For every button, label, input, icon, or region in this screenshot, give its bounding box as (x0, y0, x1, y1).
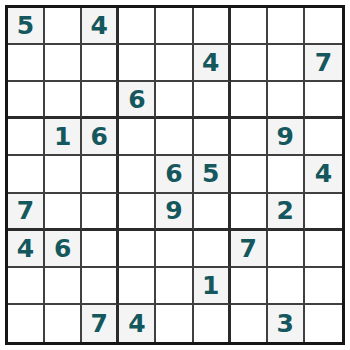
cell-r4c3: 6 (82, 119, 119, 156)
cell-r9c7[interactable] (231, 305, 268, 342)
cell-r4c8: 9 (268, 119, 305, 156)
cell-r5c9: 4 (305, 156, 342, 193)
cell-r6c3[interactable] (82, 194, 119, 231)
cell-r4c5[interactable] (156, 119, 193, 156)
cell-r8c3[interactable] (82, 268, 119, 305)
cell-r1c5[interactable] (156, 8, 193, 45)
cell-r6c9[interactable] (305, 194, 342, 231)
cell-r1c3: 4 (82, 8, 119, 45)
cell-r6c8: 2 (268, 194, 305, 231)
cell-r8c1[interactable] (8, 268, 45, 305)
cell-r2c4[interactable] (119, 45, 156, 82)
cell-r3c5[interactable] (156, 82, 193, 119)
cell-r9c5[interactable] (156, 305, 193, 342)
cell-r5c4[interactable] (119, 156, 156, 193)
cell-r7c9[interactable] (305, 231, 342, 268)
cell-r2c5[interactable] (156, 45, 193, 82)
cell-r9c6[interactable] (194, 305, 231, 342)
cell-r9c1[interactable] (8, 305, 45, 342)
cell-r5c3[interactable] (82, 156, 119, 193)
cell-r6c1: 7 (8, 194, 45, 231)
cell-r3c3[interactable] (82, 82, 119, 119)
cell-r3c4: 6 (119, 82, 156, 119)
cell-r6c7[interactable] (231, 194, 268, 231)
cell-r8c8[interactable] (268, 268, 305, 305)
cell-r4c1[interactable] (8, 119, 45, 156)
cell-r6c4[interactable] (119, 194, 156, 231)
cell-r9c8: 3 (268, 305, 305, 342)
sudoku-board: 544761696547924671743 (5, 5, 345, 345)
cell-r3c1[interactable] (8, 82, 45, 119)
cell-r2c8[interactable] (268, 45, 305, 82)
cell-r2c2[interactable] (45, 45, 82, 82)
cell-r7c7: 7 (231, 231, 268, 268)
cell-r9c4: 4 (119, 305, 156, 342)
cell-r7c3[interactable] (82, 231, 119, 268)
cell-r6c2[interactable] (45, 194, 82, 231)
cell-r8c4[interactable] (119, 268, 156, 305)
cell-r2c7[interactable] (231, 45, 268, 82)
cell-r5c8[interactable] (268, 156, 305, 193)
cell-r1c2[interactable] (45, 8, 82, 45)
cell-r1c1: 5 (8, 8, 45, 45)
cell-r5c5: 6 (156, 156, 193, 193)
cell-r4c7[interactable] (231, 119, 268, 156)
cell-r8c9[interactable] (305, 268, 342, 305)
cell-r4c4[interactable] (119, 119, 156, 156)
cell-r3c6[interactable] (194, 82, 231, 119)
cell-r1c6[interactable] (194, 8, 231, 45)
cell-r8c7[interactable] (231, 268, 268, 305)
cell-r8c6: 1 (194, 268, 231, 305)
cell-r6c5: 9 (156, 194, 193, 231)
cell-r5c7[interactable] (231, 156, 268, 193)
cell-r7c4[interactable] (119, 231, 156, 268)
cell-r7c1: 4 (8, 231, 45, 268)
cell-r3c2[interactable] (45, 82, 82, 119)
cell-r5c2[interactable] (45, 156, 82, 193)
cell-r1c8[interactable] (268, 8, 305, 45)
cell-r4c2: 1 (45, 119, 82, 156)
cell-r8c5[interactable] (156, 268, 193, 305)
cell-r3c9[interactable] (305, 82, 342, 119)
cell-r2c3[interactable] (82, 45, 119, 82)
cell-r3c8[interactable] (268, 82, 305, 119)
cell-r8c2[interactable] (45, 268, 82, 305)
cell-r9c2[interactable] (45, 305, 82, 342)
cell-r5c6: 5 (194, 156, 231, 193)
cell-r7c5[interactable] (156, 231, 193, 268)
cell-r2c6: 4 (194, 45, 231, 82)
cell-r2c9: 7 (305, 45, 342, 82)
cell-r1c7[interactable] (231, 8, 268, 45)
cell-r7c6[interactable] (194, 231, 231, 268)
cell-r4c6[interactable] (194, 119, 231, 156)
cell-r4c9[interactable] (305, 119, 342, 156)
cell-r7c2: 6 (45, 231, 82, 268)
sudoku-page: 544761696547924671743 (0, 0, 350, 350)
cell-r1c4[interactable] (119, 8, 156, 45)
cell-r9c9[interactable] (305, 305, 342, 342)
cell-r5c1[interactable] (8, 156, 45, 193)
cell-r2c1[interactable] (8, 45, 45, 82)
cell-r1c9[interactable] (305, 8, 342, 45)
cell-r9c3: 7 (82, 305, 119, 342)
cell-r3c7[interactable] (231, 82, 268, 119)
cell-r7c8[interactable] (268, 231, 305, 268)
cell-r6c6[interactable] (194, 194, 231, 231)
